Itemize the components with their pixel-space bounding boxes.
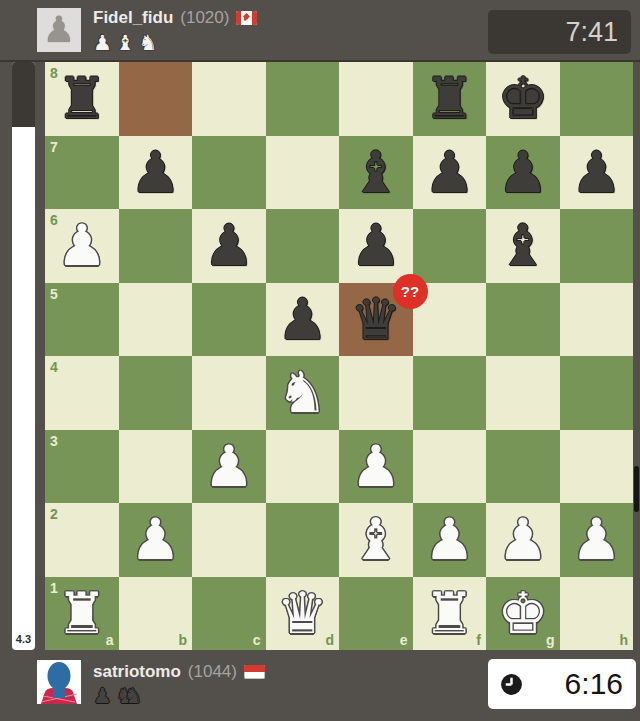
square-c6[interactable]: ♟ [192, 209, 266, 283]
top-player-bar: ♟ Fidel_fidu (1020) ♟♝♞ 7:41 [0, 0, 640, 62]
square-h7[interactable]: ♟ [560, 136, 634, 210]
indonesia-flag-icon [244, 665, 265, 679]
square-f6[interactable] [413, 209, 487, 283]
square-e4[interactable] [339, 356, 413, 430]
square-f2[interactable]: ♟ [413, 503, 487, 577]
black-rook[interactable]: ♜ [45, 62, 119, 136]
bottom-player-clock: 6:16 [488, 659, 636, 709]
bottom-clock-time: 6:16 [565, 667, 623, 701]
square-c1[interactable]: c [192, 577, 266, 651]
square-f3[interactable] [413, 430, 487, 504]
bottom-player-bar: satriotomo (1044) ♟♞♞ 6:16 [0, 650, 640, 717]
white-pawn[interactable]: ♟ [486, 503, 560, 577]
canada-flag-icon [236, 11, 257, 25]
captured-white-pawn: ♟ [93, 32, 112, 54]
scrollbar-thumb[interactable] [634, 466, 639, 512]
square-d4[interactable]: ♞ [266, 356, 340, 430]
square-c3[interactable]: ♟ [192, 430, 266, 504]
bottom-player-rating: (1044) [188, 662, 237, 682]
chess-board: 8♜♜♚7♟♝♟♟♟6♟♟♟♝5♟♛??4♞3♟♟2♟♝♟♟♟1a♜bcd♛ef… [45, 62, 633, 650]
square-g8[interactable]: ♚ [486, 62, 560, 136]
file-label-e: e [400, 632, 408, 648]
square-f8[interactable]: ♜ [413, 62, 487, 136]
rank-label-5: 5 [50, 286, 58, 302]
square-f1[interactable]: f♜ [413, 577, 487, 651]
square-g7[interactable]: ♟ [486, 136, 560, 210]
black-pawn[interactable]: ♟ [339, 209, 413, 283]
square-b3[interactable] [119, 430, 193, 504]
white-pawn[interactable]: ♟ [119, 503, 193, 577]
white-bishop[interactable]: ♝ [339, 503, 413, 577]
bottom-captured-pieces: ♟♞♞ [93, 683, 265, 707]
square-a8[interactable]: 8♜ [45, 62, 119, 136]
square-e3[interactable]: ♟ [339, 430, 413, 504]
top-player-info: Fidel_fidu (1020) ♟♝♞ [93, 7, 257, 54]
rank-label-3: 3 [50, 433, 58, 449]
white-pawn[interactable]: ♟ [192, 430, 266, 504]
top-clock-time: 7:41 [565, 17, 618, 48]
black-pawn[interactable]: ♟ [119, 136, 193, 210]
black-bishop[interactable]: ♝ [486, 209, 560, 283]
file-label-h: h [619, 632, 628, 648]
square-g4[interactable] [486, 356, 560, 430]
square-a7[interactable]: 7 [45, 136, 119, 210]
square-h2[interactable]: ♟ [560, 503, 634, 577]
person-avatar-icon [37, 660, 81, 704]
square-b6[interactable] [119, 209, 193, 283]
square-h3[interactable] [560, 430, 634, 504]
square-b5[interactable] [119, 283, 193, 357]
square-b4[interactable] [119, 356, 193, 430]
top-player-avatar[interactable]: ♟ [37, 8, 81, 52]
square-a1[interactable]: 1a♜ [45, 577, 119, 651]
square-c5[interactable] [192, 283, 266, 357]
captured-black-knight: ♞ [124, 685, 143, 707]
bottom-player-avatar[interactable] [37, 660, 81, 704]
square-g5[interactable] [486, 283, 560, 357]
square-h8[interactable] [560, 62, 634, 136]
square-g2[interactable]: ♟ [486, 503, 560, 577]
square-g1[interactable]: g♚ [486, 577, 560, 651]
black-pawn[interactable]: ♟ [486, 136, 560, 210]
blunder-badge: ?? [393, 274, 428, 309]
square-a4[interactable]: 4 [45, 356, 119, 430]
square-f4[interactable] [413, 356, 487, 430]
white-king[interactable]: ♚ [486, 577, 560, 651]
square-g6[interactable]: ♝ [486, 209, 560, 283]
white-queen[interactable]: ♛ [266, 577, 340, 651]
square-d8[interactable] [266, 62, 340, 136]
square-b2[interactable]: ♟ [119, 503, 193, 577]
bottom-player-info: satriotomo (1044) ♟♞♞ [93, 660, 265, 707]
square-h6[interactable] [560, 209, 634, 283]
square-b1[interactable]: b [119, 577, 193, 651]
clock-icon [499, 672, 524, 697]
square-a2[interactable]: 2 [45, 503, 119, 577]
white-pawn[interactable]: ♟ [45, 209, 119, 283]
rank-label-7: 7 [50, 139, 58, 155]
top-player-name[interactable]: Fidel_fidu [93, 8, 173, 28]
square-e7[interactable]: ♝ [339, 136, 413, 210]
captured-white-bishop: ♝ [116, 32, 135, 54]
black-bishop[interactable]: ♝ [339, 136, 413, 210]
square-g3[interactable] [486, 430, 560, 504]
square-c2[interactable] [192, 503, 266, 577]
square-h4[interactable] [560, 356, 634, 430]
black-rook[interactable]: ♜ [413, 62, 487, 136]
file-label-b: b [178, 632, 187, 648]
square-d2[interactable] [266, 503, 340, 577]
square-c4[interactable] [192, 356, 266, 430]
square-f7[interactable]: ♟ [413, 136, 487, 210]
white-rook[interactable]: ♜ [45, 577, 119, 651]
evaluation-bar [12, 62, 35, 650]
square-e1[interactable]: e [339, 577, 413, 651]
square-b8[interactable] [119, 62, 193, 136]
square-h1[interactable]: h [560, 577, 634, 651]
white-pawn[interactable]: ♟ [560, 503, 634, 577]
square-d6[interactable] [266, 209, 340, 283]
evaluation-bar-black-part [12, 62, 35, 127]
square-e2[interactable]: ♝ [339, 503, 413, 577]
board-area: 4.3 8♜♜♚7♟♝♟♟♟6♟♟♟♝5♟♛??4♞3♟♟2♟♝♟♟♟1a♜bc… [0, 62, 640, 650]
square-d7[interactable] [266, 136, 340, 210]
rank-label-4: 4 [50, 359, 58, 375]
rank-label-2: 2 [50, 506, 58, 522]
square-e8[interactable] [339, 62, 413, 136]
white-rook[interactable]: ♜ [413, 577, 487, 651]
black-king[interactable]: ♚ [486, 62, 560, 136]
square-h5[interactable] [560, 283, 634, 357]
captured-white-knight: ♞ [139, 32, 158, 54]
square-e6[interactable]: ♟ [339, 209, 413, 283]
white-knight[interactable]: ♞ [266, 356, 340, 430]
square-d3[interactable] [266, 430, 340, 504]
square-c7[interactable] [192, 136, 266, 210]
square-d1[interactable]: d♛ [266, 577, 340, 651]
black-pawn[interactable]: ♟ [560, 136, 634, 210]
black-pawn[interactable]: ♟ [413, 136, 487, 210]
top-player-clock: 7:41 [488, 10, 631, 54]
square-b7[interactable]: ♟ [119, 136, 193, 210]
black-pawn[interactable]: ♟ [192, 209, 266, 283]
square-a3[interactable]: 3 [45, 430, 119, 504]
square-c8[interactable] [192, 62, 266, 136]
square-e5[interactable]: ♛?? [339, 283, 413, 357]
square-a5[interactable]: 5 [45, 283, 119, 357]
top-captured-pieces: ♟♝♞ [93, 30, 257, 54]
top-player-rating: (1020) [180, 8, 229, 28]
bottom-player-name[interactable]: satriotomo [93, 662, 181, 682]
captured-black-pawn: ♟ [93, 685, 112, 707]
square-d5[interactable]: ♟ [266, 283, 340, 357]
pawn-avatar-icon: ♟ [43, 8, 75, 52]
white-pawn[interactable]: ♟ [339, 430, 413, 504]
file-label-c: c [253, 632, 261, 648]
black-pawn[interactable]: ♟ [266, 283, 340, 357]
white-pawn[interactable]: ♟ [413, 503, 487, 577]
square-a6[interactable]: 6♟ [45, 209, 119, 283]
